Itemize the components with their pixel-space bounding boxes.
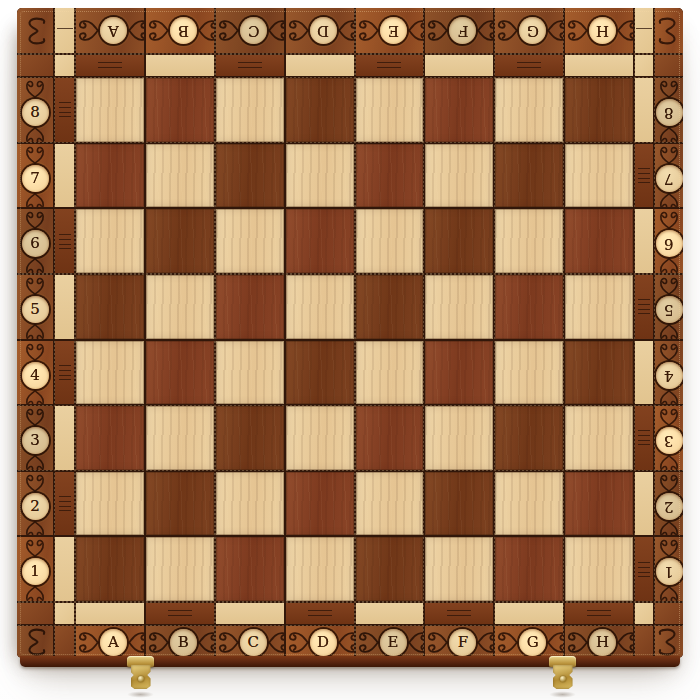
square-f8[interactable] [425, 78, 493, 142]
coordinate-label: E [388, 23, 399, 38]
square-f5[interactable] [425, 275, 493, 339]
carved-heart-icon [127, 19, 144, 42]
file-label-top-a: A [76, 8, 144, 53]
carved-heart-icon [25, 389, 45, 405]
coordinate-label: B [178, 23, 189, 38]
rank-label-left-2: 2 [17, 472, 53, 536]
carved-heart-icon [217, 631, 240, 654]
burn-marks [59, 365, 71, 380]
square-h7[interactable] [565, 144, 633, 208]
carved-heart-icon [287, 631, 310, 654]
coordinate-label: G [527, 23, 539, 38]
carved-heart-icon [659, 257, 679, 273]
coordinate-label: 3 [30, 433, 40, 448]
file-label-bottom-f: F [425, 626, 493, 658]
coordinate-disc: C [240, 629, 267, 656]
strip-left-2 [55, 472, 74, 536]
coordinate-label: 4 [30, 368, 40, 383]
square-b6[interactable] [146, 209, 214, 273]
burn-marks [517, 62, 541, 69]
file-label-top-d: D [286, 8, 354, 53]
board-grid: AABBCCDDEEFFGGHH8877665544332211 [17, 8, 683, 658]
coordinate-disc: 5 [22, 296, 49, 323]
strip-right-1 [635, 537, 653, 601]
carved-heart-icon [25, 126, 45, 142]
rank-label-left-4: 4 [17, 341, 53, 405]
square-h8[interactable] [565, 78, 633, 142]
rank-label-left-7: 7 [17, 144, 53, 208]
coordinate-disc: E [380, 629, 407, 656]
square-a2[interactable] [76, 472, 144, 536]
file-label-top-f: F [425, 8, 493, 53]
carved-scroll-icon [657, 16, 681, 46]
strip-bottom-c [216, 603, 284, 624]
burn-marks [638, 430, 650, 445]
square-f6[interactable] [425, 209, 493, 273]
coordinate-label: 7 [30, 171, 40, 186]
coordinate-disc: H [589, 17, 616, 44]
square-c3[interactable] [216, 406, 284, 470]
carved-heart-icon [25, 192, 45, 208]
strip-bottom-h [565, 603, 633, 624]
corner-ornament-bottom-right [655, 626, 683, 658]
square-b5[interactable] [146, 275, 214, 339]
square-a4[interactable] [76, 341, 144, 405]
carved-heart-icon [357, 631, 380, 654]
strip-bottom-f [425, 603, 493, 624]
strip-left-7 [55, 144, 74, 208]
square-h2[interactable] [565, 472, 633, 536]
rank-label-right-4: 4 [655, 341, 683, 405]
strip-left-3 [55, 406, 74, 470]
corner-ornament-top-right [655, 8, 683, 53]
rank-label-left-5: 5 [17, 275, 53, 339]
square-f4[interactable] [425, 341, 493, 405]
square-b3[interactable] [146, 406, 214, 470]
file-label-bottom-d: D [286, 626, 354, 658]
coordinate-label: 6 [664, 236, 674, 251]
strip-top-d [286, 55, 354, 76]
coordinate-disc: 5 [656, 296, 683, 323]
coordinate-label: 1 [30, 564, 40, 579]
border-filler [635, 8, 653, 53]
square-a1[interactable] [76, 537, 144, 601]
coordinate-disc: 4 [22, 362, 49, 389]
coordinate-disc: 8 [656, 99, 683, 126]
burn-marks [638, 168, 650, 183]
coordinate-disc: F [449, 17, 476, 44]
square-d2[interactable] [286, 472, 354, 536]
square-f2[interactable] [425, 472, 493, 536]
burn-marks [638, 562, 650, 577]
carved-heart-icon [659, 389, 679, 405]
square-c1[interactable] [216, 537, 284, 601]
file-label-top-g: G [495, 8, 563, 53]
square-d7[interactable] [286, 144, 354, 208]
carved-scroll-icon [657, 627, 681, 657]
square-d8[interactable] [286, 78, 354, 142]
carved-heart-icon [566, 631, 589, 654]
burn-marks [59, 102, 71, 117]
rank-label-right-2: 2 [655, 472, 683, 536]
square-h6[interactable] [565, 209, 633, 273]
strip-right-6 [635, 209, 653, 273]
coordinate-disc: 3 [22, 427, 49, 454]
carved-heart-icon [337, 631, 354, 654]
carved-heart-icon [25, 407, 45, 427]
square-g7[interactable] [495, 144, 563, 208]
coordinate-disc: B [170, 17, 197, 44]
square-f3[interactable] [425, 406, 493, 470]
coordinate-label: C [248, 23, 259, 38]
rank-label-right-3: 3 [655, 406, 683, 470]
carved-heart-icon [659, 210, 679, 230]
coordinate-disc: A [100, 629, 127, 656]
square-b2[interactable] [146, 472, 214, 536]
square-e4[interactable] [356, 341, 424, 405]
file-label-top-c: C [216, 8, 284, 53]
carved-heart-icon [287, 19, 310, 42]
border-filler [55, 8, 74, 53]
burn-marks [238, 62, 262, 69]
square-d3[interactable] [286, 406, 354, 470]
strip-left-4 [55, 341, 74, 405]
coordinate-label: A [108, 23, 119, 38]
carved-heart-icon [476, 19, 493, 42]
carved-heart-icon [546, 631, 563, 654]
carved-heart-icon [267, 631, 284, 654]
rank-label-left-8: 8 [17, 78, 53, 142]
carved-heart-icon [659, 538, 679, 558]
carved-scroll-icon [23, 627, 47, 657]
strip-bottom-a [76, 603, 144, 624]
square-e3[interactable] [356, 406, 424, 470]
file-label-bottom-b: B [146, 626, 214, 658]
carved-heart-icon [25, 538, 45, 558]
strip-top-a [76, 55, 144, 76]
square-a7[interactable] [76, 144, 144, 208]
strip-right-2 [635, 472, 653, 536]
burn-marks [168, 610, 192, 617]
coordinate-disc: H [589, 629, 616, 656]
carved-heart-icon [357, 19, 380, 42]
carved-heart-icon [25, 79, 45, 99]
coordinate-label: G [527, 635, 539, 650]
carved-heart-icon [659, 342, 679, 362]
carved-heart-icon [407, 631, 424, 654]
carved-heart-icon [25, 145, 45, 165]
carved-heart-icon [566, 19, 589, 42]
board-photo: AABBCCDDEEFFGGHH8877665544332211 [0, 0, 700, 700]
square-e8[interactable] [356, 78, 424, 142]
coordinate-label: A [108, 635, 119, 650]
carved-heart-icon [77, 19, 100, 42]
burn-marks [98, 62, 122, 69]
coordinate-disc: D [310, 17, 337, 44]
burn-marks [636, 28, 652, 33]
carved-heart-icon [25, 585, 45, 601]
strip-corner [55, 55, 74, 76]
strip-right-3 [635, 406, 653, 470]
square-e6[interactable] [356, 209, 424, 273]
carved-heart-icon [546, 19, 563, 42]
rank-label-left-1: 1 [17, 537, 53, 601]
square-e5[interactable] [356, 275, 424, 339]
coordinate-disc: A [100, 17, 127, 44]
carved-heart-icon [127, 631, 144, 654]
square-f1[interactable] [425, 537, 493, 601]
coordinate-label: B [178, 635, 189, 650]
corner-ornament-bottom-left [17, 626, 53, 658]
coordinate-disc: 1 [22, 558, 49, 585]
rank-label-right-7: 7 [655, 144, 683, 208]
coordinate-label: 4 [664, 368, 674, 383]
file-label-top-h: H [565, 8, 633, 53]
square-a5[interactable] [76, 275, 144, 339]
burn-marks [587, 610, 611, 617]
square-a3[interactable] [76, 406, 144, 470]
square-c2[interactable] [216, 472, 284, 536]
square-f7[interactable] [425, 144, 493, 208]
coordinate-label: 5 [664, 302, 674, 317]
square-g8[interactable] [495, 78, 563, 142]
latch-shadow [544, 690, 581, 699]
carved-heart-icon [496, 631, 519, 654]
strip-bottom-e [356, 603, 424, 624]
carved-heart-icon [659, 192, 679, 208]
latch-pin [560, 676, 566, 682]
strip-bottom-d [286, 603, 354, 624]
square-h4[interactable] [565, 341, 633, 405]
burn-marks [59, 496, 71, 511]
strip-right-5 [635, 275, 653, 339]
border-filler [17, 603, 53, 624]
square-g2[interactable] [495, 472, 563, 536]
coordinate-label: 6 [30, 236, 40, 251]
square-g6[interactable] [495, 209, 563, 273]
carved-heart-icon [197, 19, 214, 42]
left-latch [127, 652, 154, 698]
rank-label-left-6: 6 [17, 209, 53, 273]
file-label-bottom-e: E [356, 626, 424, 658]
square-e7[interactable] [356, 144, 424, 208]
coordinate-label: 1 [664, 564, 674, 579]
carved-heart-icon [407, 19, 424, 42]
carved-heart-icon [25, 276, 45, 296]
coordinate-label: 8 [664, 105, 674, 120]
burn-marks [638, 299, 650, 314]
coordinate-label: D [317, 23, 329, 38]
carved-heart-icon [217, 19, 240, 42]
strip-left-8 [55, 78, 74, 142]
burn-marks [59, 234, 71, 249]
square-g4[interactable] [495, 341, 563, 405]
coordinate-disc: G [519, 629, 546, 656]
border-filler [17, 55, 53, 76]
square-b1[interactable] [146, 537, 214, 601]
square-c6[interactable] [216, 209, 284, 273]
strip-corner [635, 55, 653, 76]
coordinate-label: E [388, 635, 399, 650]
coordinate-disc: 6 [22, 230, 49, 257]
coordinate-disc: 2 [22, 493, 49, 520]
coordinate-label: 5 [30, 302, 40, 317]
coordinate-label: D [317, 635, 329, 650]
coordinate-disc: C [240, 17, 267, 44]
carved-heart-icon [147, 19, 170, 42]
border-filler [655, 55, 683, 76]
square-b8[interactable] [146, 78, 214, 142]
carved-heart-icon [25, 454, 45, 470]
carved-heart-icon [659, 473, 679, 493]
rank-label-right-1: 1 [655, 537, 683, 601]
coordinate-label: H [596, 635, 609, 650]
square-a6[interactable] [76, 209, 144, 273]
coordinate-disc: 3 [656, 427, 683, 454]
strip-top-g [495, 55, 563, 76]
strip-corner [635, 603, 653, 624]
latch-shadow [122, 690, 159, 699]
rank-label-left-3: 3 [17, 406, 53, 470]
coordinate-disc: D [310, 629, 337, 656]
square-b7[interactable] [146, 144, 214, 208]
square-g3[interactable] [495, 406, 563, 470]
coordinate-disc: 7 [22, 165, 49, 192]
carved-heart-icon [337, 19, 354, 42]
strip-left-5 [55, 275, 74, 339]
carved-scroll-icon [23, 16, 47, 46]
border-filler [655, 603, 683, 624]
coordinate-label: 8 [30, 105, 40, 120]
carved-heart-icon [659, 520, 679, 536]
latch-pin [138, 676, 144, 682]
carved-heart-icon [476, 631, 493, 654]
strip-bottom-g [495, 603, 563, 624]
strip-bottom-b [146, 603, 214, 624]
carved-heart-icon [659, 454, 679, 470]
coordinate-disc: E [380, 17, 407, 44]
rank-label-right-5: 5 [655, 275, 683, 339]
coordinate-disc: 6 [656, 230, 683, 257]
carved-heart-icon [267, 19, 284, 42]
carved-heart-icon [496, 19, 519, 42]
square-d6[interactable] [286, 209, 354, 273]
coordinate-disc: G [519, 17, 546, 44]
carved-heart-icon [659, 407, 679, 427]
file-label-top-b: B [146, 8, 214, 53]
coordinate-disc: B [170, 629, 197, 656]
right-latch [549, 652, 576, 698]
carved-heart-icon [616, 19, 633, 42]
carved-heart-icon [659, 585, 679, 601]
carved-heart-icon [25, 210, 45, 230]
strip-left-1 [55, 537, 74, 601]
coordinate-disc: F [449, 629, 476, 656]
coordinate-label: H [596, 23, 609, 38]
square-g5[interactable] [495, 275, 563, 339]
strip-top-b [146, 55, 214, 76]
square-c4[interactable] [216, 341, 284, 405]
square-a8[interactable] [76, 78, 144, 142]
carved-heart-icon [25, 257, 45, 273]
strip-top-e [356, 55, 424, 76]
rank-label-right-6: 6 [655, 209, 683, 273]
square-h3[interactable] [565, 406, 633, 470]
burn-marks [57, 28, 73, 33]
square-e1[interactable] [356, 537, 424, 601]
coordinate-label: 2 [664, 499, 674, 514]
coordinate-disc: 4 [656, 362, 683, 389]
chess-board: AABBCCDDEEFFGGHH8877665544332211 [17, 8, 683, 658]
carved-heart-icon [147, 631, 170, 654]
coordinate-disc: 1 [656, 558, 683, 585]
carved-heart-icon [25, 342, 45, 362]
strip-left-6 [55, 209, 74, 273]
carved-heart-icon [197, 631, 214, 654]
rank-label-right-8: 8 [655, 78, 683, 142]
coordinate-label: 7 [664, 171, 674, 186]
carved-heart-icon [659, 79, 679, 99]
border-filler [635, 626, 653, 658]
coordinate-disc: 2 [656, 493, 683, 520]
square-g1[interactable] [495, 537, 563, 601]
carved-heart-icon [659, 323, 679, 339]
coordinate-label: 3 [664, 433, 674, 448]
coordinate-disc: 8 [22, 99, 49, 126]
coordinate-disc: 7 [656, 165, 683, 192]
coordinate-label: C [248, 635, 259, 650]
strip-right-4 [635, 341, 653, 405]
square-c7[interactable] [216, 144, 284, 208]
carved-heart-icon [659, 145, 679, 165]
corner-ornament-top-left [17, 8, 53, 53]
border-filler [55, 626, 74, 658]
carved-heart-icon [25, 323, 45, 339]
strip-top-c [216, 55, 284, 76]
strip-right-8 [635, 78, 653, 142]
square-h1[interactable] [565, 537, 633, 601]
square-b4[interactable] [146, 341, 214, 405]
square-c8[interactable] [216, 78, 284, 142]
carved-heart-icon [426, 19, 449, 42]
carved-heart-icon [25, 473, 45, 493]
coordinate-label: F [458, 635, 468, 650]
burn-marks [308, 610, 332, 617]
coordinate-label: F [458, 23, 468, 38]
carved-heart-icon [426, 631, 449, 654]
carved-heart-icon [616, 631, 633, 654]
file-label-top-e: E [356, 8, 424, 53]
strip-corner [55, 603, 74, 624]
strip-top-f [425, 55, 493, 76]
square-h5[interactable] [565, 275, 633, 339]
square-e2[interactable] [356, 472, 424, 536]
carved-heart-icon [659, 126, 679, 142]
burn-marks [377, 62, 401, 69]
square-d4[interactable] [286, 341, 354, 405]
square-d5[interactable] [286, 275, 354, 339]
square-d1[interactable] [286, 537, 354, 601]
carved-heart-icon [77, 631, 100, 654]
square-c5[interactable] [216, 275, 284, 339]
coordinate-label: 2 [30, 499, 40, 514]
burn-marks [447, 610, 471, 617]
carved-heart-icon [25, 520, 45, 536]
box-edge [20, 656, 680, 667]
carved-heart-icon [659, 276, 679, 296]
strip-top-h [565, 55, 633, 76]
file-label-bottom-c: C [216, 626, 284, 658]
